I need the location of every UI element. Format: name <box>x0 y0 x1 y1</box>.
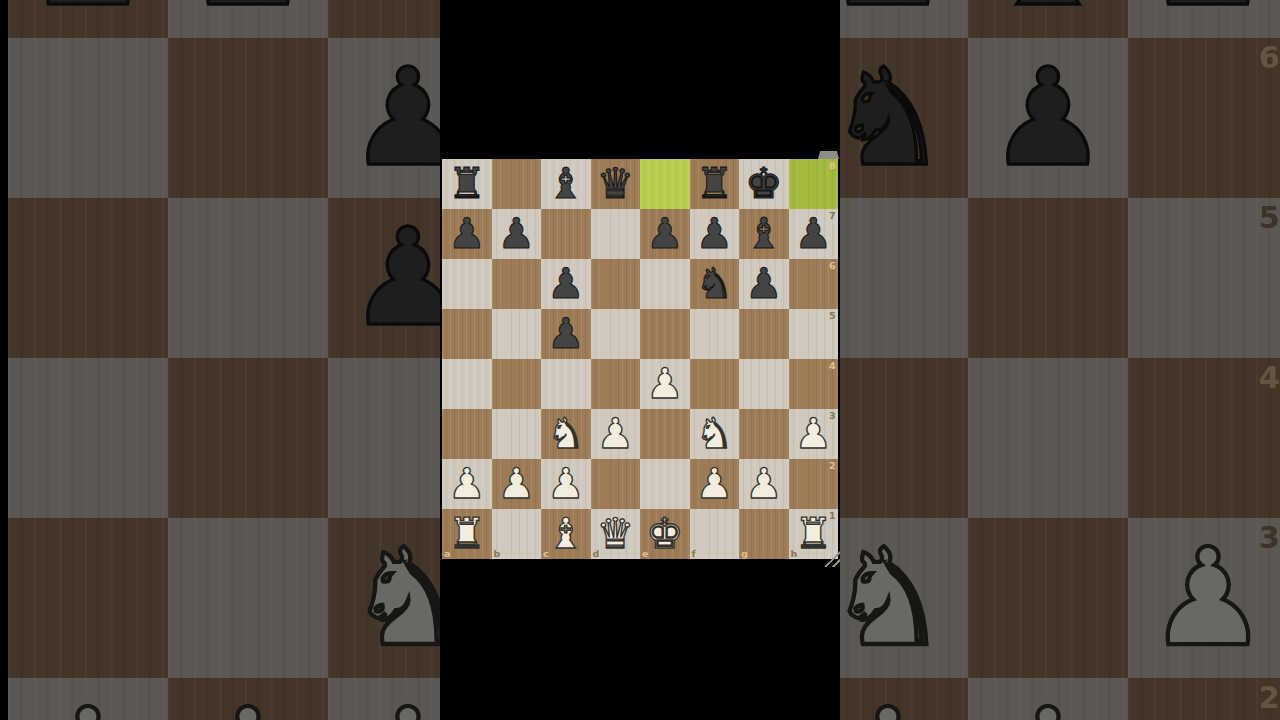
piece-black-queen[interactable]: ♛ <box>596 163 634 205</box>
square-a2[interactable]: ♟ <box>442 459 492 509</box>
square-b5[interactable] <box>492 309 542 359</box>
square-a5[interactable] <box>442 309 492 359</box>
piece-white-pawn[interactable]: ♟ <box>794 413 832 455</box>
square-a1[interactable]: ♜a <box>442 509 492 559</box>
cropped-ui-fragment <box>818 151 839 159</box>
square-c6[interactable]: ♟ <box>541 259 591 309</box>
coordinate-rank-6: 6 <box>829 261 836 271</box>
piece-white-pawn: ♟ <box>988 691 1108 720</box>
piece-white-queen[interactable]: ♛ <box>596 513 634 555</box>
square-f8[interactable]: ♜ <box>690 159 740 209</box>
piece-white-pawn: ♟ <box>188 691 308 720</box>
square-d7[interactable] <box>591 209 641 259</box>
square-b3[interactable] <box>492 409 542 459</box>
piece-white-rook[interactable]: ♜ <box>448 513 486 555</box>
coordinate-rank-5: 5 <box>1259 203 1280 233</box>
square-b7[interactable]: ♟ <box>492 209 542 259</box>
piece-white-pawn: ♟ <box>28 691 148 720</box>
coordinate-file-b: b <box>493 549 500 559</box>
coordinate-file-f: f <box>691 549 695 559</box>
square-e3[interactable] <box>640 409 690 459</box>
square-b7: ♟ <box>168 0 328 38</box>
square-g1[interactable]: g <box>739 509 789 559</box>
chess-board[interactable]: ♜♝♛♜♚8♟♟♟♟♝♟7♟♞♟6♟5♟4♞♟♞♟3♟♟♟♟♟2♜ab♝c♛d♚… <box>442 159 838 559</box>
square-g2: ♟ <box>968 678 1128 720</box>
square-f5[interactable] <box>690 309 740 359</box>
square-h5: 5 <box>1128 198 1280 358</box>
coordinate-file-g: g <box>741 549 748 559</box>
piece-black-pawn[interactable]: ♟ <box>547 263 585 305</box>
piece-black-pawn[interactable]: ♟ <box>646 213 684 255</box>
square-f3[interactable]: ♞ <box>690 409 740 459</box>
piece-white-bishop[interactable]: ♝ <box>547 513 585 555</box>
square-d2[interactable] <box>591 459 641 509</box>
square-f6[interactable]: ♞ <box>690 259 740 309</box>
square-b2: ♟ <box>168 678 328 720</box>
piece-black-pawn: ♟ <box>1148 0 1268 25</box>
piece-black-bishop[interactable]: ♝ <box>547 163 585 205</box>
square-c8[interactable]: ♝ <box>541 159 591 209</box>
square-a7[interactable]: ♟ <box>442 209 492 259</box>
coordinate-rank-5: 5 <box>829 311 836 321</box>
square-h4: 4 <box>1128 358 1280 518</box>
square-b4[interactable] <box>492 359 542 409</box>
square-g8[interactable]: ♚ <box>739 159 789 209</box>
piece-white-pawn: ♟ <box>828 691 948 720</box>
square-h6: 6 <box>1128 38 1280 198</box>
square-f2[interactable]: ♟ <box>690 459 740 509</box>
square-h8[interactable]: 8 <box>789 159 839 209</box>
coordinate-rank-8: 8 <box>829 161 836 171</box>
piece-white-pawn[interactable]: ♟ <box>745 463 783 505</box>
square-a2: ♟ <box>8 678 168 720</box>
square-a4 <box>8 358 168 518</box>
square-h1[interactable]: ♜1h <box>789 509 839 559</box>
piece-black-pawn[interactable]: ♟ <box>448 213 486 255</box>
piece-white-pawn[interactable]: ♟ <box>448 463 486 505</box>
piece-white-rook[interactable]: ♜ <box>794 513 832 555</box>
piece-white-pawn[interactable]: ♟ <box>646 363 684 405</box>
piece-white-king[interactable]: ♚ <box>646 513 684 555</box>
piece-black-pawn: ♟ <box>828 0 948 25</box>
piece-black-pawn[interactable]: ♟ <box>497 213 535 255</box>
coordinate-rank-7: 7 <box>829 211 836 221</box>
square-g4 <box>968 358 1128 518</box>
square-e5[interactable] <box>640 309 690 359</box>
square-h7[interactable]: ♟7 <box>789 209 839 259</box>
piece-black-pawn[interactable]: ♟ <box>547 313 585 355</box>
square-a3 <box>8 518 168 678</box>
coordinate-rank-2: 2 <box>1259 683 1280 713</box>
piece-black-pawn: ♟ <box>188 0 308 25</box>
square-e7[interactable]: ♟ <box>640 209 690 259</box>
square-c5[interactable]: ♟ <box>541 309 591 359</box>
square-g6: ♟ <box>968 38 1128 198</box>
piece-white-pawn[interactable]: ♟ <box>547 463 585 505</box>
square-f1[interactable]: f <box>690 509 740 559</box>
square-h2: 2 <box>1128 678 1280 720</box>
square-a6[interactable] <box>442 259 492 309</box>
square-c1[interactable]: ♝c <box>541 509 591 559</box>
square-b5 <box>168 198 328 358</box>
square-d1[interactable]: ♛d <box>591 509 641 559</box>
piece-white-pawn[interactable]: ♟ <box>596 413 634 455</box>
square-d4[interactable] <box>591 359 641 409</box>
piece-black-bishop[interactable]: ♝ <box>745 213 783 255</box>
square-g7: ♝ <box>968 0 1128 38</box>
coordinate-rank-6: 6 <box>1259 43 1280 73</box>
coordinate-rank-1: 1 <box>829 511 836 521</box>
coordinate-file-h: h <box>790 549 797 559</box>
coordinate-rank-4: 4 <box>1259 363 1280 393</box>
square-h2[interactable]: 2 <box>789 459 839 509</box>
square-h3: ♟3 <box>1128 518 1280 678</box>
square-g2[interactable]: ♟ <box>739 459 789 509</box>
square-b6[interactable] <box>492 259 542 309</box>
coordinate-rank-3: 3 <box>829 411 836 421</box>
square-f7[interactable]: ♟ <box>690 209 740 259</box>
square-b8[interactable] <box>492 159 542 209</box>
square-c3[interactable]: ♞ <box>541 409 591 459</box>
square-g5 <box>968 198 1128 358</box>
square-h6[interactable]: 6 <box>789 259 839 309</box>
piece-white-knight[interactable]: ♞ <box>547 413 585 455</box>
square-g3 <box>968 518 1128 678</box>
square-b4 <box>168 358 328 518</box>
square-g7[interactable]: ♝ <box>739 209 789 259</box>
piece-black-rook[interactable]: ♜ <box>448 163 486 205</box>
piece-black-pawn: ♟ <box>28 0 148 25</box>
piece-black-knight: ♞ <box>828 51 948 185</box>
square-b3 <box>168 518 328 678</box>
video-frame: ♜♝♛♜♚8♟♟♟♟♝♟7♟♞♟6♟5♟4♞♟♞♟3♟♟♟♟♟2♜ab♝c♛d♚… <box>0 0 1280 720</box>
square-a5 <box>8 198 168 358</box>
square-g6[interactable]: ♟ <box>739 259 789 309</box>
square-b6 <box>168 38 328 198</box>
piece-black-bishop: ♝ <box>988 0 1108 25</box>
square-a3[interactable] <box>442 409 492 459</box>
coordinate-rank-3: 3 <box>1259 523 1280 553</box>
square-h5[interactable]: 5 <box>789 309 839 359</box>
square-g3[interactable] <box>739 409 789 459</box>
square-e6[interactable] <box>640 259 690 309</box>
piece-black-rook[interactable]: ♜ <box>695 163 733 205</box>
square-e1[interactable]: ♚e <box>640 509 690 559</box>
coordinate-file-e: e <box>642 549 648 559</box>
square-e2[interactable] <box>640 459 690 509</box>
square-g5[interactable] <box>739 309 789 359</box>
square-c2[interactable]: ♟ <box>541 459 591 509</box>
piece-black-pawn[interactable]: ♟ <box>695 213 733 255</box>
square-a4[interactable] <box>442 359 492 409</box>
piece-white-knight[interactable]: ♞ <box>695 413 733 455</box>
square-b2[interactable]: ♟ <box>492 459 542 509</box>
square-b1[interactable]: b <box>492 509 542 559</box>
square-a8[interactable]: ♜ <box>442 159 492 209</box>
coordinate-rank-4: 4 <box>829 361 836 371</box>
square-a7: ♟ <box>8 0 168 38</box>
square-d3[interactable]: ♟ <box>591 409 641 459</box>
piece-white-knight: ♞ <box>828 531 948 665</box>
coordinate-rank-2: 2 <box>829 461 836 471</box>
piece-black-pawn: ♟ <box>988 51 1108 185</box>
coordinate-file-d: d <box>592 549 599 559</box>
square-d6[interactable] <box>591 259 641 309</box>
coordinate-file-c: c <box>543 549 549 559</box>
piece-black-king[interactable]: ♚ <box>745 163 783 205</box>
piece-white-pawn[interactable]: ♟ <box>497 463 535 505</box>
square-a6 <box>8 38 168 198</box>
piece-white-pawn: ♟ <box>1148 531 1268 665</box>
square-h4[interactable]: 4 <box>789 359 839 409</box>
square-e8[interactable] <box>640 159 690 209</box>
square-h3[interactable]: ♟3 <box>789 409 839 459</box>
square-c7[interactable] <box>541 209 591 259</box>
square-g4[interactable] <box>739 359 789 409</box>
piece-black-pawn[interactable]: ♟ <box>745 263 783 305</box>
square-f4[interactable] <box>690 359 740 409</box>
square-d5[interactable] <box>591 309 641 359</box>
piece-white-pawn[interactable]: ♟ <box>695 463 733 505</box>
coordinate-file-a: a <box>444 549 450 559</box>
piece-black-knight[interactable]: ♞ <box>695 263 733 305</box>
square-c4[interactable] <box>541 359 591 409</box>
square-d8[interactable]: ♛ <box>591 159 641 209</box>
square-e4[interactable]: ♟ <box>640 359 690 409</box>
piece-black-pawn[interactable]: ♟ <box>794 213 832 255</box>
square-h7: ♟7 <box>1128 0 1280 38</box>
